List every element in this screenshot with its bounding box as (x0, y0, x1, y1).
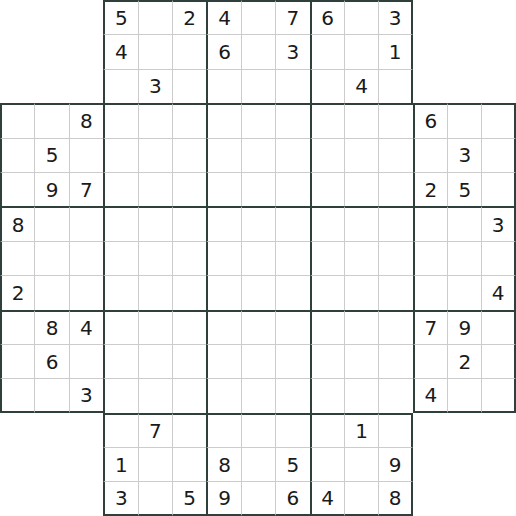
cell-r14c13 (413, 447, 447, 481)
cell-r2c3 (69, 34, 103, 68)
cell-r6c4[interactable] (103, 172, 137, 206)
cell-r11c11[interactable] (344, 344, 378, 378)
given-digit-r14c12[interactable]: 9 (378, 447, 412, 481)
cell-r15c14 (447, 481, 481, 515)
given-digit-r6c13[interactable]: 2 (413, 172, 447, 206)
cell-r4c11[interactable] (344, 103, 378, 137)
cell-r9c9[interactable] (275, 275, 309, 309)
given-digit-r1c7[interactable]: 4 (206, 0, 240, 34)
cell-r2c13 (413, 34, 447, 68)
cell-r6c1[interactable] (0, 172, 34, 206)
cell-r4c12[interactable] (378, 103, 412, 137)
given-digit-r15c6[interactable]: 5 (172, 481, 206, 515)
sudoku-page: 5247634631348653972583248479623471185935… (0, 0, 516, 516)
cell-r15c11[interactable] (344, 481, 378, 515)
cell-r12c5[interactable] (138, 378, 172, 412)
given-digit-r15c12[interactable]: 8 (378, 481, 412, 515)
given-digit-r9c1[interactable]: 2 (0, 275, 34, 309)
cell-r14c11[interactable] (344, 447, 378, 481)
cell-r13c4[interactable] (103, 413, 137, 447)
cell-r14c2 (34, 447, 68, 481)
cell-r10c15[interactable] (481, 310, 515, 344)
cell-r8c9[interactable] (275, 241, 309, 275)
cell-r6c12[interactable] (378, 172, 412, 206)
cell-r13c13 (413, 413, 447, 447)
cell-r12c7[interactable] (206, 378, 240, 412)
cell-r11c8[interactable] (241, 344, 275, 378)
cell-r10c10[interactable] (310, 310, 344, 344)
cell-r7c8[interactable] (241, 206, 275, 240)
given-digit-r3c11[interactable]: 4 (344, 69, 378, 103)
cell-r4c6[interactable] (172, 103, 206, 137)
cell-r3c4[interactable] (103, 69, 137, 103)
given-digit-r5c14[interactable]: 3 (447, 138, 481, 172)
cell-r14c6[interactable] (172, 447, 206, 481)
cell-r10c9[interactable] (275, 310, 309, 344)
cell-r9c11[interactable] (344, 275, 378, 309)
cell-r3c12[interactable] (378, 69, 412, 103)
cell-r14c14 (447, 447, 481, 481)
cell-r3c10[interactable] (310, 69, 344, 103)
cell-r3c9[interactable] (275, 69, 309, 103)
cell-r3c2 (34, 69, 68, 103)
cell-r7c13[interactable] (413, 206, 447, 240)
given-digit-r11c2[interactable]: 6 (34, 344, 68, 378)
cell-r11c1[interactable] (0, 344, 34, 378)
given-digit-r14c7[interactable]: 8 (206, 447, 240, 481)
cell-r11c7[interactable] (206, 344, 240, 378)
cell-r12c2[interactable] (34, 378, 68, 412)
cell-r9c14[interactable] (447, 275, 481, 309)
cell-r5c4[interactable] (103, 138, 137, 172)
cell-r9c5[interactable] (138, 275, 172, 309)
cell-r3c1 (0, 69, 34, 103)
cell-r12c10[interactable] (310, 378, 344, 412)
given-digit-r15c7[interactable]: 9 (206, 481, 240, 515)
cell-r8c7[interactable] (206, 241, 240, 275)
given-digit-r10c3[interactable]: 4 (69, 310, 103, 344)
cell-r12c6[interactable] (172, 378, 206, 412)
cell-r13c7[interactable] (206, 413, 240, 447)
given-digit-r1c10[interactable]: 6 (310, 0, 344, 34)
cell-r6c7[interactable] (206, 172, 240, 206)
cell-r5c1[interactable] (0, 138, 34, 172)
cell-r8c2[interactable] (34, 241, 68, 275)
cell-r13c6[interactable] (172, 413, 206, 447)
cell-r14c1 (0, 447, 34, 481)
cell-r1c15 (481, 0, 515, 34)
cell-r11c13[interactable] (413, 344, 447, 378)
cell-r5c3[interactable] (69, 138, 103, 172)
given-digit-r4c3[interactable]: 8 (69, 103, 103, 137)
cell-r11c10[interactable] (310, 344, 344, 378)
given-digit-r12c13[interactable]: 4 (413, 378, 447, 412)
given-digit-r14c4[interactable]: 1 (103, 447, 137, 481)
cell-r13c2 (34, 413, 68, 447)
cell-r10c6[interactable] (172, 310, 206, 344)
cell-r15c13 (413, 481, 447, 515)
cell-r8c15[interactable] (481, 241, 515, 275)
cell-r1c14 (447, 0, 481, 34)
cell-r3c15 (481, 69, 515, 103)
cell-r12c11[interactable] (344, 378, 378, 412)
given-digit-r12c3[interactable]: 3 (69, 378, 103, 412)
cell-r12c4[interactable] (103, 378, 137, 412)
cell-r7c7[interactable] (206, 206, 240, 240)
cell-r13c8[interactable] (241, 413, 275, 447)
given-digit-r1c9[interactable]: 7 (275, 0, 309, 34)
cell-r5c15[interactable] (481, 138, 515, 172)
cell-r14c5[interactable] (138, 447, 172, 481)
given-digit-r6c14[interactable]: 5 (447, 172, 481, 206)
given-digit-r2c9[interactable]: 3 (275, 34, 309, 68)
cell-r5c7[interactable] (206, 138, 240, 172)
cell-r12c12[interactable] (378, 378, 412, 412)
given-digit-r1c6[interactable]: 2 (172, 0, 206, 34)
cell-r1c3 (69, 0, 103, 34)
cell-r7c3[interactable] (69, 206, 103, 240)
cell-r5c8[interactable] (241, 138, 275, 172)
given-digit-r2c4[interactable]: 4 (103, 34, 137, 68)
cell-r5c6[interactable] (172, 138, 206, 172)
cell-r9c13[interactable] (413, 275, 447, 309)
cell-r8c8[interactable] (241, 241, 275, 275)
cell-r5c9[interactable] (275, 138, 309, 172)
cell-r1c1 (0, 0, 34, 34)
given-digit-r5c2[interactable]: 5 (34, 138, 68, 172)
cell-r5c5[interactable] (138, 138, 172, 172)
cell-r4c9[interactable] (275, 103, 309, 137)
cell-r10c8[interactable] (241, 310, 275, 344)
given-digit-r9c15[interactable]: 4 (481, 275, 515, 309)
cell-r8c12[interactable] (378, 241, 412, 275)
cell-r13c9[interactable] (275, 413, 309, 447)
cell-r10c1[interactable] (0, 310, 34, 344)
cell-r8c5[interactable] (138, 241, 172, 275)
cell-r2c10[interactable] (310, 34, 344, 68)
cell-r12c1[interactable] (0, 378, 34, 412)
cell-r9c7[interactable] (206, 275, 240, 309)
given-digit-r15c4[interactable]: 3 (103, 481, 137, 515)
cell-r3c6[interactable] (172, 69, 206, 103)
cell-r8c3[interactable] (69, 241, 103, 275)
cell-r11c9[interactable] (275, 344, 309, 378)
cell-r4c4[interactable] (103, 103, 137, 137)
cell-r2c2 (34, 34, 68, 68)
cell-r6c6[interactable] (172, 172, 206, 206)
cell-r12c14[interactable] (447, 378, 481, 412)
given-digit-r15c10[interactable]: 4 (310, 481, 344, 515)
cell-r15c8[interactable] (241, 481, 275, 515)
cell-r9c3[interactable] (69, 275, 103, 309)
cell-r1c5[interactable] (138, 0, 172, 34)
given-digit-r4c13[interactable]: 6 (413, 103, 447, 137)
cell-r7c12[interactable] (378, 206, 412, 240)
cell-r1c11[interactable] (344, 0, 378, 34)
cell-r9c6[interactable] (172, 275, 206, 309)
cell-r2c11[interactable] (344, 34, 378, 68)
cell-r13c14 (447, 413, 481, 447)
sudoku-board: 5247634631348653972583248479623471185935… (0, 0, 516, 516)
cell-r8c10[interactable] (310, 241, 344, 275)
cell-r13c15 (481, 413, 515, 447)
cell-r14c10[interactable] (310, 447, 344, 481)
cell-r5c11[interactable] (344, 138, 378, 172)
cell-r10c4[interactable] (103, 310, 137, 344)
given-digit-r14c9[interactable]: 5 (275, 447, 309, 481)
cell-r13c12[interactable] (378, 413, 412, 447)
cell-r7c4[interactable] (103, 206, 137, 240)
given-digit-r2c12[interactable]: 1 (378, 34, 412, 68)
cell-r9c8[interactable] (241, 275, 275, 309)
given-digit-r6c2[interactable]: 9 (34, 172, 68, 206)
cell-r14c8[interactable] (241, 447, 275, 481)
cell-r3c7[interactable] (206, 69, 240, 103)
cell-r15c5[interactable] (138, 481, 172, 515)
cell-r7c9[interactable] (275, 206, 309, 240)
given-digit-r1c12[interactable]: 3 (378, 0, 412, 34)
cell-r7c5[interactable] (138, 206, 172, 240)
given-digit-r13c11[interactable]: 1 (344, 413, 378, 447)
given-digit-r10c14[interactable]: 9 (447, 310, 481, 344)
cell-r2c15 (481, 34, 515, 68)
cell-r4c14[interactable] (447, 103, 481, 137)
cell-r10c5[interactable] (138, 310, 172, 344)
cell-r12c15[interactable] (481, 378, 515, 412)
given-digit-r7c15[interactable]: 3 (481, 206, 515, 240)
cell-r9c4[interactable] (103, 275, 137, 309)
given-digit-r13c5[interactable]: 7 (138, 413, 172, 447)
cell-r11c5[interactable] (138, 344, 172, 378)
cell-r6c8[interactable] (241, 172, 275, 206)
cell-r7c10[interactable] (310, 206, 344, 240)
cell-r12c8[interactable] (241, 378, 275, 412)
cell-r3c14 (447, 69, 481, 103)
cell-r9c2[interactable] (34, 275, 68, 309)
given-digit-r6c3[interactable]: 7 (69, 172, 103, 206)
cell-r4c8[interactable] (241, 103, 275, 137)
cell-r13c10[interactable] (310, 413, 344, 447)
cell-r9c12[interactable] (378, 275, 412, 309)
cell-r4c5[interactable] (138, 103, 172, 137)
cell-r3c13 (413, 69, 447, 103)
cell-r14c3 (69, 447, 103, 481)
cell-r8c1[interactable] (0, 241, 34, 275)
cell-r11c4[interactable] (103, 344, 137, 378)
cell-r11c3[interactable] (69, 344, 103, 378)
given-digit-r10c13[interactable]: 7 (413, 310, 447, 344)
cell-r15c3 (69, 481, 103, 515)
cell-r10c7[interactable] (206, 310, 240, 344)
cell-r1c2 (34, 0, 68, 34)
cell-r8c13[interactable] (413, 241, 447, 275)
cell-r3c3 (69, 69, 103, 103)
cell-r13c1 (0, 413, 34, 447)
cell-r11c15[interactable] (481, 344, 515, 378)
cell-r2c8[interactable] (241, 34, 275, 68)
cell-r4c15[interactable] (481, 103, 515, 137)
cell-r13c3 (69, 413, 103, 447)
cell-r4c10[interactable] (310, 103, 344, 137)
cell-r9c10[interactable] (310, 275, 344, 309)
cell-r6c9[interactable] (275, 172, 309, 206)
cell-r10c12[interactable] (378, 310, 412, 344)
cell-r8c11[interactable] (344, 241, 378, 275)
cell-r1c8[interactable] (241, 0, 275, 34)
cell-r5c13[interactable] (413, 138, 447, 172)
cell-r2c14 (447, 34, 481, 68)
cell-r4c2[interactable] (34, 103, 68, 137)
cell-r6c15[interactable] (481, 172, 515, 206)
cell-r7c2[interactable] (34, 206, 68, 240)
cell-r8c4[interactable] (103, 241, 137, 275)
cell-r8c14[interactable] (447, 241, 481, 275)
given-digit-r10c2[interactable]: 8 (34, 310, 68, 344)
cell-r2c5[interactable] (138, 34, 172, 68)
cell-r6c11[interactable] (344, 172, 378, 206)
cell-r3c8[interactable] (241, 69, 275, 103)
cell-r6c5[interactable] (138, 172, 172, 206)
cell-r12c9[interactable] (275, 378, 309, 412)
given-digit-r11c14[interactable]: 2 (447, 344, 481, 378)
given-digit-r3c5[interactable]: 3 (138, 69, 172, 103)
given-digit-r1c4[interactable]: 5 (103, 0, 137, 34)
cell-r15c15 (481, 481, 515, 515)
cell-r1c13 (413, 0, 447, 34)
cell-r7c14[interactable] (447, 206, 481, 240)
cell-r2c6[interactable] (172, 34, 206, 68)
cell-r4c7[interactable] (206, 103, 240, 137)
cell-r11c12[interactable] (378, 344, 412, 378)
cell-r10c11[interactable] (344, 310, 378, 344)
cell-r8c6[interactable] (172, 241, 206, 275)
cell-r7c6[interactable] (172, 206, 206, 240)
cell-r4c1[interactable] (0, 103, 34, 137)
cell-r5c10[interactable] (310, 138, 344, 172)
cell-r6c10[interactable] (310, 172, 344, 206)
given-digit-r2c7[interactable]: 6 (206, 34, 240, 68)
cell-r14c15 (481, 447, 515, 481)
cell-r7c11[interactable] (344, 206, 378, 240)
cell-r11c6[interactable] (172, 344, 206, 378)
cell-r15c2 (34, 481, 68, 515)
given-digit-r7c1[interactable]: 8 (0, 206, 34, 240)
given-digit-r15c9[interactable]: 6 (275, 481, 309, 515)
cell-r2c1 (0, 34, 34, 68)
cell-r5c12[interactable] (378, 138, 412, 172)
cell-r15c1 (0, 481, 34, 515)
